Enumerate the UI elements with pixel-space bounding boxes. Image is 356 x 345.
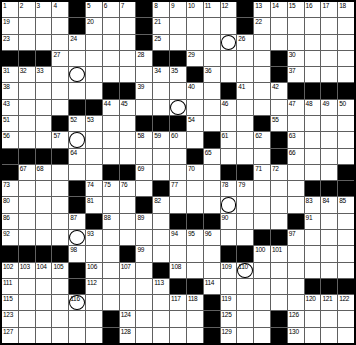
cell-r6-c2[interactable]	[36, 100, 52, 115]
cell-r9-c18[interactable]	[305, 149, 321, 164]
cell-r11-c8[interactable]	[136, 181, 152, 196]
cell-r11-c11[interactable]	[187, 181, 203, 196]
cell-r4-c8[interactable]	[136, 67, 152, 82]
cell-r10-c19[interactable]	[321, 165, 337, 180]
cell-r12-c5[interactable]: 81	[86, 197, 102, 212]
cell-r7-c5[interactable]: 53	[86, 116, 102, 131]
cell-r12-c16[interactable]	[271, 197, 287, 212]
cell-r9-c20[interactable]	[338, 149, 354, 164]
cell-r18-c17[interactable]	[288, 295, 304, 310]
cell-r6-c15[interactable]	[254, 100, 270, 115]
cell-r15-c8[interactable]: 99	[136, 246, 152, 261]
cell-r20-c15[interactable]	[254, 328, 270, 343]
cell-r9-c4[interactable]: 64	[69, 149, 85, 164]
cell-r17-c9[interactable]: 113	[153, 279, 169, 294]
cell-r0-c9[interactable]: 8	[153, 2, 169, 17]
cell-r10-c5[interactable]	[86, 165, 102, 180]
cell-r5-c4[interactable]	[69, 83, 85, 98]
cell-r0-c17[interactable]: 15	[288, 2, 304, 17]
cell-r11-c14[interactable]: 79	[237, 181, 253, 196]
cell-r12-c3[interactable]	[52, 197, 68, 212]
cell-r20-c8[interactable]	[136, 328, 152, 343]
cell-r16-c12[interactable]	[204, 263, 220, 278]
cell-r3-c4[interactable]	[69, 51, 85, 66]
cell-r4-c5[interactable]	[86, 67, 102, 82]
cell-r11-c15[interactable]	[254, 181, 270, 196]
cell-r17-c1[interactable]	[19, 279, 35, 294]
cell-r0-c13[interactable]: 12	[221, 2, 237, 17]
cell-r8-c11[interactable]	[187, 132, 203, 147]
cell-r0-c10[interactable]: 9	[170, 2, 186, 17]
cell-r6-c19[interactable]: 49	[321, 100, 337, 115]
cell-r19-c15[interactable]	[254, 311, 270, 326]
cell-r0-c2[interactable]: 3	[36, 2, 52, 17]
cell-r4-c4[interactable]	[69, 67, 85, 82]
cell-r4-c18[interactable]	[305, 67, 321, 82]
cell-r12-c1[interactable]	[19, 197, 35, 212]
cell-r10-c9[interactable]	[153, 165, 169, 180]
cell-r10-c15[interactable]: 71	[254, 165, 270, 180]
cell-r18-c14[interactable]	[237, 295, 253, 310]
cell-r0-c20[interactable]: 18	[338, 2, 354, 17]
cell-r16-c11[interactable]	[187, 263, 203, 278]
cell-r18-c19[interactable]: 121	[321, 295, 337, 310]
cell-r14-c18[interactable]	[305, 230, 321, 245]
cell-r14-c3[interactable]	[52, 230, 68, 245]
cell-r8-c0[interactable]: 56	[2, 132, 18, 147]
cell-r12-c18[interactable]: 83	[305, 197, 321, 212]
cell-r3-c7[interactable]	[120, 51, 136, 66]
cell-r16-c15[interactable]	[254, 263, 270, 278]
cell-r1-c7[interactable]	[120, 18, 136, 33]
cell-r9-c14[interactable]	[237, 149, 253, 164]
cell-r3-c13[interactable]	[221, 51, 237, 66]
cell-r8-c6[interactable]	[103, 132, 119, 147]
cell-r16-c14[interactable]: 110	[237, 263, 253, 278]
cell-r13-c4[interactable]: 87	[69, 214, 85, 229]
cell-r14-c9[interactable]	[153, 230, 169, 245]
cell-r6-c7[interactable]: 45	[120, 100, 136, 115]
cell-r19-c2[interactable]	[36, 311, 52, 326]
cell-r16-c3[interactable]: 105	[52, 263, 68, 278]
cell-r1-c19[interactable]	[321, 18, 337, 33]
cell-r8-c5[interactable]	[86, 132, 102, 147]
cell-r14-c13[interactable]	[221, 230, 237, 245]
cell-r2-c9[interactable]: 25	[153, 35, 169, 50]
cell-r12-c20[interactable]: 85	[338, 197, 354, 212]
cell-r16-c1[interactable]: 103	[19, 263, 35, 278]
cell-r14-c10[interactable]: 94	[170, 230, 186, 245]
cell-r20-c18[interactable]	[305, 328, 321, 343]
cell-r9-c19[interactable]	[321, 149, 337, 164]
cell-r6-c17[interactable]: 47	[288, 100, 304, 115]
cell-r7-c16[interactable]: 55	[271, 116, 287, 131]
cell-r8-c14[interactable]	[237, 132, 253, 147]
cell-r0-c1[interactable]: 2	[19, 2, 35, 17]
cell-r15-c20[interactable]	[338, 246, 354, 261]
cell-r19-c19[interactable]	[321, 311, 337, 326]
cell-r20-c19[interactable]	[321, 328, 337, 343]
cell-r20-c17[interactable]: 130	[288, 328, 304, 343]
cell-r19-c3[interactable]	[52, 311, 68, 326]
cell-r17-c12[interactable]: 114	[204, 279, 220, 294]
cell-r20-c1[interactable]	[19, 328, 35, 343]
cell-r8-c2[interactable]	[36, 132, 52, 147]
cell-r18-c11[interactable]: 118	[187, 295, 203, 310]
cell-r13-c18[interactable]: 91	[305, 214, 321, 229]
cell-r2-c13[interactable]	[221, 35, 237, 50]
cell-r4-c12[interactable]: 36	[204, 67, 220, 82]
cell-r5-c15[interactable]	[254, 83, 270, 98]
cell-r4-c6[interactable]	[103, 67, 119, 82]
cell-r18-c3[interactable]	[52, 295, 68, 310]
cell-r9-c7[interactable]	[120, 149, 136, 164]
cell-r2-c0[interactable]: 23	[2, 35, 18, 50]
cell-r14-c2[interactable]	[36, 230, 52, 245]
cell-r10-c8[interactable]: 69	[136, 165, 152, 180]
cell-r16-c16[interactable]	[271, 263, 287, 278]
cell-r18-c1[interactable]	[19, 295, 35, 310]
cell-r16-c10[interactable]: 108	[170, 263, 186, 278]
cell-r10-c3[interactable]	[52, 165, 68, 180]
cell-r19-c11[interactable]	[187, 311, 203, 326]
cell-r5-c3[interactable]	[52, 83, 68, 98]
cell-r5-c10[interactable]	[170, 83, 186, 98]
cell-r13-c6[interactable]: 88	[103, 214, 119, 229]
cell-r8-c4[interactable]	[69, 132, 85, 147]
cell-r11-c2[interactable]	[36, 181, 52, 196]
cell-r14-c17[interactable]: 97	[288, 230, 304, 245]
cell-r2-c7[interactable]	[120, 35, 136, 50]
cell-r16-c8[interactable]	[136, 263, 152, 278]
cell-r8-c19[interactable]	[321, 132, 337, 147]
cell-r4-c1[interactable]: 32	[19, 67, 35, 82]
cell-r0-c0[interactable]: 1	[2, 2, 18, 17]
cell-r11-c0[interactable]: 73	[2, 181, 18, 196]
cell-r15-c17[interactable]	[288, 246, 304, 261]
cell-r13-c7[interactable]	[120, 214, 136, 229]
cell-r6-c13[interactable]: 46	[221, 100, 237, 115]
cell-r20-c11[interactable]	[187, 328, 203, 343]
cell-r14-c19[interactable]	[321, 230, 337, 245]
cell-r17-c5[interactable]: 112	[86, 279, 102, 294]
cell-r9-c12[interactable]: 65	[204, 149, 220, 164]
cell-r1-c15[interactable]: 22	[254, 18, 270, 33]
cell-r19-c5[interactable]	[86, 311, 102, 326]
cell-r18-c13[interactable]: 119	[221, 295, 237, 310]
cell-r8-c9[interactable]: 59	[153, 132, 169, 147]
cell-r15-c18[interactable]	[305, 246, 321, 261]
cell-r10-c1[interactable]: 67	[19, 165, 35, 180]
cell-r10-c17[interactable]	[288, 165, 304, 180]
cell-r2-c4[interactable]: 24	[69, 35, 85, 50]
cell-r19-c14[interactable]	[237, 311, 253, 326]
cell-r8-c18[interactable]	[305, 132, 321, 147]
cell-r3-c18[interactable]	[305, 51, 321, 66]
cell-r19-c18[interactable]	[305, 311, 321, 326]
cell-r6-c1[interactable]	[19, 100, 35, 115]
cell-r17-c13[interactable]	[221, 279, 237, 294]
cell-r18-c4[interactable]: 116	[69, 295, 85, 310]
cell-r16-c18[interactable]	[305, 263, 321, 278]
cell-r6-c12[interactable]	[204, 100, 220, 115]
cell-r11-c16[interactable]	[271, 181, 287, 196]
cell-r12-c13[interactable]	[221, 197, 237, 212]
cell-r12-c14[interactable]	[237, 197, 253, 212]
cell-r17-c8[interactable]	[136, 279, 152, 294]
cell-r12-c10[interactable]	[170, 197, 186, 212]
cell-r2-c20[interactable]	[338, 35, 354, 50]
cell-r2-c17[interactable]	[288, 35, 304, 50]
cell-r15-c15[interactable]: 100	[254, 246, 270, 261]
cell-r4-c9[interactable]: 34	[153, 67, 169, 82]
cell-r14-c6[interactable]	[103, 230, 119, 245]
cell-r15-c19[interactable]	[321, 246, 337, 261]
cell-r8-c13[interactable]: 61	[221, 132, 237, 147]
cell-r17-c17[interactable]	[288, 279, 304, 294]
cell-r4-c7[interactable]	[120, 67, 136, 82]
cell-r0-c7[interactable]: 7	[120, 2, 136, 17]
cell-r0-c12[interactable]: 11	[204, 2, 220, 17]
cell-r12-c6[interactable]	[103, 197, 119, 212]
cell-r18-c7[interactable]	[120, 295, 136, 310]
cell-r0-c16[interactable]: 14	[271, 2, 287, 17]
cell-r3-c5[interactable]	[86, 51, 102, 66]
cell-r10-c10[interactable]	[170, 165, 186, 180]
cell-r8-c3[interactable]: 57	[52, 132, 68, 147]
cell-r1-c1[interactable]	[19, 18, 35, 33]
cell-r16-c20[interactable]	[338, 263, 354, 278]
cell-r7-c20[interactable]	[338, 116, 354, 131]
cell-r13-c3[interactable]	[52, 214, 68, 229]
cell-r7-c18[interactable]	[305, 116, 321, 131]
cell-r16-c7[interactable]: 107	[120, 263, 136, 278]
cell-r9-c9[interactable]	[153, 149, 169, 164]
cell-r3-c11[interactable]: 29	[187, 51, 203, 66]
cell-r9-c10[interactable]	[170, 149, 186, 164]
cell-r13-c9[interactable]	[153, 214, 169, 229]
cell-r1-c10[interactable]	[170, 18, 186, 33]
cell-r19-c4[interactable]	[69, 311, 85, 326]
cell-r12-c12[interactable]	[204, 197, 220, 212]
cell-r6-c0[interactable]: 43	[2, 100, 18, 115]
cell-r7-c0[interactable]: 51	[2, 116, 18, 131]
cell-r17-c16[interactable]	[271, 279, 287, 294]
cell-r17-c15[interactable]	[254, 279, 270, 294]
cell-r6-c10[interactable]	[170, 100, 186, 115]
cell-r19-c20[interactable]	[338, 311, 354, 326]
cell-r14-c1[interactable]	[19, 230, 35, 245]
cell-r12-c15[interactable]	[254, 197, 270, 212]
cell-r12-c19[interactable]: 84	[321, 197, 337, 212]
cell-r5-c8[interactable]: 39	[136, 83, 152, 98]
cell-r4-c0[interactable]: 31	[2, 67, 18, 82]
cell-r3-c3[interactable]: 27	[52, 51, 68, 66]
cell-r16-c5[interactable]: 106	[86, 263, 102, 278]
cell-r9-c17[interactable]: 66	[288, 149, 304, 164]
cell-r13-c0[interactable]: 86	[2, 214, 18, 229]
cell-r19-c13[interactable]: 125	[221, 311, 237, 326]
cell-r16-c0[interactable]: 102	[2, 263, 18, 278]
cell-r1-c3[interactable]	[52, 18, 68, 33]
cell-r6-c20[interactable]: 50	[338, 100, 354, 115]
cell-r1-c0[interactable]: 19	[2, 18, 18, 33]
cell-r1-c17[interactable]	[288, 18, 304, 33]
cell-r20-c9[interactable]	[153, 328, 169, 343]
cell-r8-c10[interactable]: 60	[170, 132, 186, 147]
cell-r10-c4[interactable]	[69, 165, 85, 180]
cell-r1-c5[interactable]: 20	[86, 18, 102, 33]
cell-r4-c13[interactable]	[221, 67, 237, 82]
cell-r18-c15[interactable]	[254, 295, 270, 310]
cell-r7-c12[interactable]	[204, 116, 220, 131]
cell-r5-c0[interactable]: 38	[2, 83, 18, 98]
cell-r2-c12[interactable]	[204, 35, 220, 50]
cell-r1-c16[interactable]	[271, 18, 287, 33]
cell-r8-c17[interactable]: 63	[288, 132, 304, 147]
cell-r13-c15[interactable]	[254, 214, 270, 229]
cell-r7-c6[interactable]	[103, 116, 119, 131]
cell-r5-c2[interactable]	[36, 83, 52, 98]
cell-r14-c5[interactable]: 93	[86, 230, 102, 245]
cell-r14-c11[interactable]: 95	[187, 230, 203, 245]
cell-r17-c14[interactable]	[237, 279, 253, 294]
cell-r3-c6[interactable]	[103, 51, 119, 66]
cell-r6-c11[interactable]	[187, 100, 203, 115]
cell-r7-c17[interactable]	[288, 116, 304, 131]
cell-r3-c12[interactable]	[204, 51, 220, 66]
cell-r11-c6[interactable]: 75	[103, 181, 119, 196]
cell-r14-c7[interactable]	[120, 230, 136, 245]
cell-r4-c3[interactable]	[52, 67, 68, 82]
cell-r20-c10[interactable]	[170, 328, 186, 343]
cell-r18-c5[interactable]	[86, 295, 102, 310]
cell-r5-c11[interactable]: 40	[187, 83, 203, 98]
cell-r14-c12[interactable]: 96	[204, 230, 220, 245]
cell-r8-c1[interactable]	[19, 132, 35, 147]
cell-r6-c6[interactable]: 44	[103, 100, 119, 115]
cell-r20-c14[interactable]	[237, 328, 253, 343]
cell-r9-c15[interactable]	[254, 149, 270, 164]
cell-r9-c6[interactable]	[103, 149, 119, 164]
cell-r15-c10[interactable]	[170, 246, 186, 261]
cell-r9-c13[interactable]	[221, 149, 237, 164]
cell-r3-c17[interactable]: 30	[288, 51, 304, 66]
cell-r9-c8[interactable]	[136, 149, 152, 164]
cell-r13-c14[interactable]	[237, 214, 253, 229]
cell-r3-c14[interactable]	[237, 51, 253, 66]
cell-r14-c4[interactable]	[69, 230, 85, 245]
cell-r10-c11[interactable]: 70	[187, 165, 203, 180]
cell-r13-c8[interactable]: 89	[136, 214, 152, 229]
cell-r4-c17[interactable]: 37	[288, 67, 304, 82]
cell-r11-c10[interactable]: 77	[170, 181, 186, 196]
cell-r0-c11[interactable]: 10	[187, 2, 203, 17]
cell-r10-c18[interactable]	[305, 165, 321, 180]
cell-r3-c8[interactable]: 28	[136, 51, 152, 66]
cell-r19-c10[interactable]	[170, 311, 186, 326]
cell-r15-c16[interactable]: 101	[271, 246, 287, 261]
cell-r13-c2[interactable]	[36, 214, 52, 229]
cell-r7-c1[interactable]	[19, 116, 35, 131]
cell-r2-c19[interactable]	[321, 35, 337, 50]
cell-r2-c14[interactable]: 26	[237, 35, 253, 50]
cell-r6-c16[interactable]	[271, 100, 287, 115]
cell-r12-c11[interactable]	[187, 197, 203, 212]
cell-r14-c0[interactable]: 92	[2, 230, 18, 245]
cell-r16-c2[interactable]: 104	[36, 263, 52, 278]
cell-r1-c2[interactable]	[36, 18, 52, 33]
cell-r8-c8[interactable]: 58	[136, 132, 152, 147]
cell-r11-c7[interactable]: 76	[120, 181, 136, 196]
cell-r13-c16[interactable]	[271, 214, 287, 229]
cell-r19-c8[interactable]	[136, 311, 152, 326]
cell-r11-c3[interactable]	[52, 181, 68, 196]
cell-r10-c2[interactable]: 68	[36, 165, 52, 180]
cell-r6-c14[interactable]	[237, 100, 253, 115]
cell-r3-c15[interactable]	[254, 51, 270, 66]
cell-r6-c3[interactable]	[52, 100, 68, 115]
cell-r5-c16[interactable]: 42	[271, 83, 287, 98]
cell-r5-c14[interactable]: 41	[237, 83, 253, 98]
cell-r14-c8[interactable]	[136, 230, 152, 245]
cell-r17-c0[interactable]: 111	[2, 279, 18, 294]
cell-r4-c19[interactable]	[321, 67, 337, 82]
cell-r2-c1[interactable]	[19, 35, 35, 50]
cell-r2-c18[interactable]	[305, 35, 321, 50]
cell-r4-c20[interactable]	[338, 67, 354, 82]
cell-r11-c12[interactable]	[204, 181, 220, 196]
cell-r1-c18[interactable]	[305, 18, 321, 33]
cell-r15-c11[interactable]	[187, 246, 203, 261]
cell-r0-c6[interactable]: 6	[103, 2, 119, 17]
cell-r15-c9[interactable]	[153, 246, 169, 261]
cell-r11-c5[interactable]: 74	[86, 181, 102, 196]
cell-r18-c8[interactable]	[136, 295, 152, 310]
cell-r1-c20[interactable]	[338, 18, 354, 33]
cell-r7-c2[interactable]	[36, 116, 52, 131]
cell-r14-c20[interactable]	[338, 230, 354, 245]
cell-r2-c2[interactable]	[36, 35, 52, 50]
cell-r5-c12[interactable]	[204, 83, 220, 98]
cell-r1-c6[interactable]	[103, 18, 119, 33]
cell-r1-c12[interactable]	[204, 18, 220, 33]
cell-r15-c12[interactable]	[204, 246, 220, 261]
cell-r0-c18[interactable]: 16	[305, 2, 321, 17]
cell-r2-c5[interactable]	[86, 35, 102, 50]
cell-r19-c0[interactable]: 123	[2, 311, 18, 326]
cell-r3-c19[interactable]	[321, 51, 337, 66]
cell-r10-c12[interactable]	[204, 165, 220, 180]
cell-r20-c13[interactable]: 129	[221, 328, 237, 343]
cell-r8-c15[interactable]: 62	[254, 132, 270, 147]
cell-r12-c2[interactable]	[36, 197, 52, 212]
cell-r20-c4[interactable]	[69, 328, 85, 343]
cell-r11-c13[interactable]: 78	[221, 181, 237, 196]
cell-r13-c20[interactable]	[338, 214, 354, 229]
cell-r13-c19[interactable]	[321, 214, 337, 229]
cell-r16-c17[interactable]	[288, 263, 304, 278]
cell-r16-c6[interactable]	[103, 263, 119, 278]
cell-r12-c17[interactable]	[288, 197, 304, 212]
cell-r2-c15[interactable]	[254, 35, 270, 50]
cell-r13-c1[interactable]	[19, 214, 35, 229]
cell-r12-c7[interactable]	[120, 197, 136, 212]
cell-r6-c8[interactable]	[136, 100, 152, 115]
cell-r4-c10[interactable]: 35	[170, 67, 186, 82]
cell-r19-c1[interactable]	[19, 311, 35, 326]
cell-r20-c3[interactable]	[52, 328, 68, 343]
